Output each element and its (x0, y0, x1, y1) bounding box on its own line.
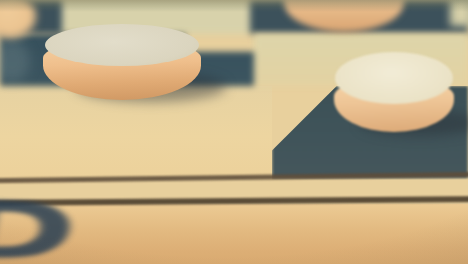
light-square-corner-patch (450, 0, 468, 26)
checker-piece-main-focus[interactable] (43, 24, 201, 100)
coordinate-label-d: D (0, 200, 82, 263)
checkers-board-photo: D (0, 0, 468, 264)
piece-top-face (45, 24, 199, 66)
checker-piece-right[interactable] (334, 52, 454, 132)
piece-top-face (335, 52, 453, 104)
piece-side (284, 0, 404, 32)
checker-piece-top-center[interactable] (284, 0, 404, 32)
